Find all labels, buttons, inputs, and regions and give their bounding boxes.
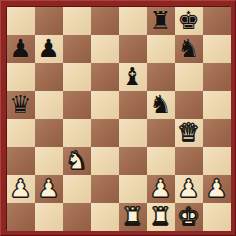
square-f3[interactable] xyxy=(147,147,175,175)
square-g2[interactable]: ♟ xyxy=(175,175,203,203)
square-d4[interactable] xyxy=(91,119,119,147)
square-e4[interactable] xyxy=(119,119,147,147)
square-h8[interactable] xyxy=(203,7,231,35)
black-queen-a5[interactable]: ♛ xyxy=(9,91,31,119)
white-pawn-f2[interactable]: ♟ xyxy=(149,175,171,203)
square-e2[interactable] xyxy=(119,175,147,203)
square-d2[interactable] xyxy=(91,175,119,203)
square-g8[interactable]: ♚ xyxy=(175,7,203,35)
square-c5[interactable] xyxy=(63,91,91,119)
square-g1[interactable]: ♚ xyxy=(175,203,203,231)
square-f5[interactable]: ♞ xyxy=(147,91,175,119)
square-b8[interactable] xyxy=(35,7,63,35)
square-c2[interactable] xyxy=(63,175,91,203)
square-d5[interactable] xyxy=(91,91,119,119)
black-knight-f5[interactable]: ♞ xyxy=(149,91,171,119)
square-f7[interactable] xyxy=(147,35,175,63)
square-e7[interactable] xyxy=(119,35,147,63)
square-a6[interactable] xyxy=(7,63,35,91)
square-a8[interactable] xyxy=(7,7,35,35)
square-h7[interactable] xyxy=(203,35,231,63)
square-h1[interactable] xyxy=(203,203,231,231)
square-d7[interactable] xyxy=(91,35,119,63)
white-queen-g4[interactable]: ♛ xyxy=(177,119,199,147)
square-e8[interactable] xyxy=(119,7,147,35)
square-f6[interactable] xyxy=(147,63,175,91)
chess-board-frame: ♜♚♟♟♞♝♛♞♛♞♟♟♟♟♟♜♜♚ xyxy=(0,0,236,236)
square-a5[interactable]: ♛ xyxy=(7,91,35,119)
square-d6[interactable] xyxy=(91,63,119,91)
square-g5[interactable] xyxy=(175,91,203,119)
square-b6[interactable] xyxy=(35,63,63,91)
square-c8[interactable] xyxy=(63,7,91,35)
black-knight-g7[interactable]: ♞ xyxy=(177,35,199,63)
chess-board: ♜♚♟♟♞♝♛♞♛♞♟♟♟♟♟♜♜♚ xyxy=(6,6,230,230)
black-rook-f8[interactable]: ♜ xyxy=(149,7,171,35)
square-e1[interactable]: ♜ xyxy=(119,203,147,231)
square-b1[interactable] xyxy=(35,203,63,231)
square-g6[interactable] xyxy=(175,63,203,91)
square-f1[interactable]: ♜ xyxy=(147,203,175,231)
white-pawn-h2[interactable]: ♟ xyxy=(205,175,227,203)
white-pawn-b2[interactable]: ♟ xyxy=(37,175,59,203)
white-knight-c3[interactable]: ♞ xyxy=(65,147,87,175)
square-a3[interactable] xyxy=(7,147,35,175)
square-b2[interactable]: ♟ xyxy=(35,175,63,203)
square-h2[interactable]: ♟ xyxy=(203,175,231,203)
square-c1[interactable] xyxy=(63,203,91,231)
square-h5[interactable] xyxy=(203,91,231,119)
square-g7[interactable]: ♞ xyxy=(175,35,203,63)
square-e6[interactable]: ♝ xyxy=(119,63,147,91)
square-a7[interactable]: ♟ xyxy=(7,35,35,63)
square-a4[interactable] xyxy=(7,119,35,147)
square-e3[interactable] xyxy=(119,147,147,175)
square-c6[interactable] xyxy=(63,63,91,91)
black-bishop-e6[interactable]: ♝ xyxy=(121,63,143,91)
square-a1[interactable] xyxy=(7,203,35,231)
white-pawn-a2[interactable]: ♟ xyxy=(9,175,31,203)
black-pawn-b7[interactable]: ♟ xyxy=(37,35,59,63)
square-f4[interactable] xyxy=(147,119,175,147)
square-b7[interactable]: ♟ xyxy=(35,35,63,63)
square-g4[interactable]: ♛ xyxy=(175,119,203,147)
square-f8[interactable]: ♜ xyxy=(147,7,175,35)
square-f2[interactable]: ♟ xyxy=(147,175,175,203)
black-pawn-a7[interactable]: ♟ xyxy=(9,35,31,63)
square-c7[interactable] xyxy=(63,35,91,63)
square-b5[interactable] xyxy=(35,91,63,119)
square-b4[interactable] xyxy=(35,119,63,147)
white-king-g1[interactable]: ♚ xyxy=(177,203,199,231)
square-d8[interactable] xyxy=(91,7,119,35)
square-d1[interactable] xyxy=(91,203,119,231)
black-king-g8[interactable]: ♚ xyxy=(177,7,199,35)
square-a2[interactable]: ♟ xyxy=(7,175,35,203)
square-g3[interactable] xyxy=(175,147,203,175)
white-rook-f1[interactable]: ♜ xyxy=(149,203,171,231)
square-c4[interactable] xyxy=(63,119,91,147)
square-b3[interactable] xyxy=(35,147,63,175)
white-pawn-g2[interactable]: ♟ xyxy=(177,175,199,203)
square-e5[interactable] xyxy=(119,91,147,119)
square-c3[interactable]: ♞ xyxy=(63,147,91,175)
white-rook-e1[interactable]: ♜ xyxy=(121,203,143,231)
square-h4[interactable] xyxy=(203,119,231,147)
square-d3[interactable] xyxy=(91,147,119,175)
square-h6[interactable] xyxy=(203,63,231,91)
square-h3[interactable] xyxy=(203,147,231,175)
